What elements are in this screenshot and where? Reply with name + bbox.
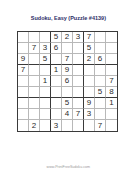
sudoku-cell-r9c4: 3 xyxy=(51,120,62,131)
sudoku-cell-r5c4 xyxy=(51,76,62,87)
sudoku-cell-r9c8: 7 xyxy=(95,120,106,131)
page-title: Sudoku, Easy (Puzzle #4139) xyxy=(31,15,106,21)
sudoku-cell-r5c5: 6 xyxy=(62,76,73,87)
page-header: Sudoku, Easy (Puzzle #4139) xyxy=(0,10,136,28)
sudoku-cell-r5c1 xyxy=(18,76,29,87)
sudoku-cell-r1c8 xyxy=(95,32,106,43)
page-footer: www.PrintFreeSudoku.com xyxy=(0,158,136,176)
sudoku-cell-r6c2 xyxy=(29,87,40,98)
sudoku-cell-r4c4: 1 xyxy=(51,65,62,76)
sudoku-grid: 523773659572671916758591473237 xyxy=(17,31,118,132)
sudoku-cell-r6c7 xyxy=(84,87,95,98)
sudoku-cell-r8c5: 4 xyxy=(62,109,73,120)
printable-sudoku-page: Sudoku, Easy (Puzzle #4139) 523773659572… xyxy=(0,0,136,176)
sudoku-cell-r7c4 xyxy=(51,98,62,109)
sudoku-cell-r3c2 xyxy=(29,54,40,65)
sudoku-cell-r1c9 xyxy=(106,32,117,43)
sudoku-cell-r1c1 xyxy=(18,32,29,43)
sudoku-cell-r7c9: 1 xyxy=(106,98,117,109)
sudoku-cell-r3c6 xyxy=(73,54,84,65)
sudoku-cell-r7c2 xyxy=(29,98,40,109)
sudoku-cell-r7c6 xyxy=(73,98,84,109)
sudoku-cell-r6c6 xyxy=(73,87,84,98)
sudoku-cell-r7c7: 9 xyxy=(84,98,95,109)
sudoku-cell-r6c3 xyxy=(40,87,51,98)
sudoku-cell-r7c8 xyxy=(95,98,106,109)
sudoku-cell-r1c2 xyxy=(29,32,40,43)
sudoku-cell-r8c7: 3 xyxy=(84,109,95,120)
sudoku-cell-r8c8 xyxy=(95,109,106,120)
sudoku-cell-r2c5 xyxy=(62,43,73,54)
sudoku-cell-r8c3 xyxy=(40,109,51,120)
sudoku-cell-r7c3 xyxy=(40,98,51,109)
sudoku-cell-r9c3 xyxy=(40,120,51,131)
sudoku-cell-r9c9 xyxy=(106,120,117,131)
sudoku-cell-r8c4 xyxy=(51,109,62,120)
sudoku-cell-r2c7: 5 xyxy=(84,43,95,54)
sudoku-cell-r5c9: 7 xyxy=(106,76,117,87)
sudoku-cell-r4c3 xyxy=(40,65,51,76)
sudoku-cell-r2c4: 6 xyxy=(51,43,62,54)
sudoku-cell-r5c2 xyxy=(29,76,40,87)
sudoku-cell-r2c8 xyxy=(95,43,106,54)
sudoku-cell-r6c1 xyxy=(18,87,29,98)
sudoku-cell-r4c8 xyxy=(95,65,106,76)
sudoku-cell-r9c6 xyxy=(73,120,84,131)
sudoku-cell-r9c5 xyxy=(62,120,73,131)
sudoku-cell-r1c6: 3 xyxy=(73,32,84,43)
sudoku-cell-r2c6 xyxy=(73,43,84,54)
sudoku-cell-r9c7 xyxy=(84,120,95,131)
sudoku-cell-r6c4 xyxy=(51,87,62,98)
sudoku-cell-r5c6 xyxy=(73,76,84,87)
sudoku-cell-r3c8: 6 xyxy=(95,54,106,65)
sudoku-cell-r9c2: 2 xyxy=(29,120,40,131)
sudoku-cell-r3c9 xyxy=(106,54,117,65)
sudoku-cell-r4c5: 9 xyxy=(62,65,73,76)
sudoku-cell-r8c6: 7 xyxy=(73,109,84,120)
footer-url: www.PrintFreeSudoku.com xyxy=(46,165,89,169)
sudoku-cell-r5c3: 1 xyxy=(40,76,51,87)
sudoku-cell-r8c2 xyxy=(29,109,40,120)
sudoku-cell-r4c2 xyxy=(29,65,40,76)
sudoku-cell-r1c4: 5 xyxy=(51,32,62,43)
sudoku-cell-r8c9 xyxy=(106,109,117,120)
sudoku-cell-r9c1 xyxy=(18,120,29,131)
sudoku-cell-r8c1 xyxy=(18,109,29,120)
sudoku-cell-r6c9: 8 xyxy=(106,87,117,98)
sudoku-cell-r7c5: 5 xyxy=(62,98,73,109)
sudoku-cell-r4c6 xyxy=(73,65,84,76)
sudoku-cell-r3c4 xyxy=(51,54,62,65)
sudoku-cell-r2c3: 3 xyxy=(40,43,51,54)
sudoku-cell-r4c1: 7 xyxy=(18,65,29,76)
sudoku-cell-r6c5 xyxy=(62,87,73,98)
sudoku-cell-r5c8 xyxy=(95,76,106,87)
sudoku-cell-r4c9 xyxy=(106,65,117,76)
sudoku-cell-r3c7: 2 xyxy=(84,54,95,65)
sudoku-cell-r1c5: 2 xyxy=(62,32,73,43)
sudoku-cell-r5c7 xyxy=(84,76,95,87)
sudoku-cell-r1c3 xyxy=(40,32,51,43)
sudoku-cell-r4c7 xyxy=(84,65,95,76)
sudoku-cell-r3c1: 9 xyxy=(18,54,29,65)
sudoku-cell-r3c3: 5 xyxy=(40,54,51,65)
sudoku-cell-r3c5: 7 xyxy=(62,54,73,65)
sudoku-cell-r2c2: 7 xyxy=(29,43,40,54)
sudoku-cell-r1c7: 7 xyxy=(84,32,95,43)
sudoku-cell-r7c1 xyxy=(18,98,29,109)
sudoku-cell-r2c9 xyxy=(106,43,117,54)
sudoku-cell-r6c8: 5 xyxy=(95,87,106,98)
sudoku-cell-r2c1 xyxy=(18,43,29,54)
